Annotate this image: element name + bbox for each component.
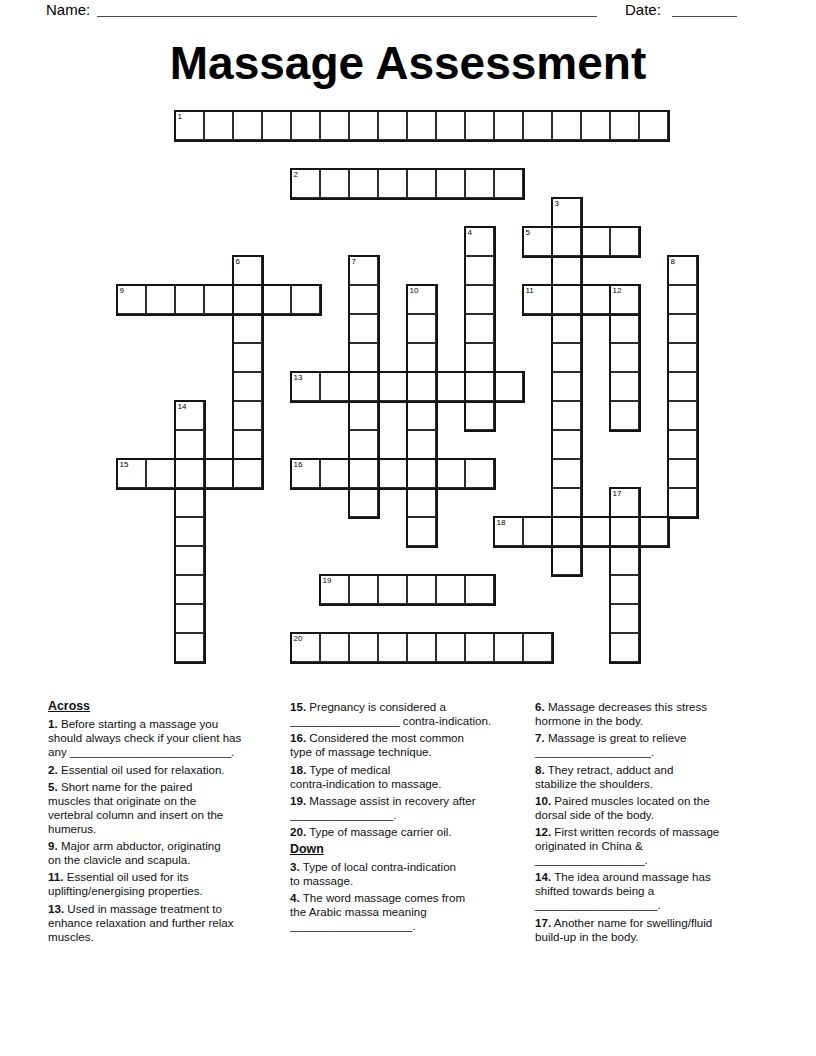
clue-down-10: 10. Paired muscles located on the dorsal… xyxy=(535,794,795,822)
grid-cell-r6c16[interactable] xyxy=(581,285,610,314)
clue-number-14: 14 xyxy=(178,402,187,411)
clue-across-19: 19. Massage assist in recovery after ___… xyxy=(290,794,530,822)
grid-cell-r2c7[interactable] xyxy=(320,169,349,198)
grid-cell-r6c17[interactable]: 12 xyxy=(610,285,639,314)
grid-cell-r0c9[interactable] xyxy=(378,111,407,140)
clue-number-18: 18 xyxy=(497,518,506,527)
clue-number-label: 11. xyxy=(48,870,63,883)
grid-cell-r7c17[interactable] xyxy=(610,314,639,343)
grid-cell-r17c2[interactable] xyxy=(175,604,204,633)
grid-cell-r18c11[interactable] xyxy=(436,633,465,662)
grid-cell-r16c12[interactable] xyxy=(465,575,494,604)
grid-cell-r7c12[interactable] xyxy=(465,314,494,343)
grid-cell-r9c10[interactable] xyxy=(407,372,436,401)
grid-cell-r12c7[interactable] xyxy=(320,459,349,488)
grid-cell-r13c10[interactable] xyxy=(407,488,436,517)
clue-down-8: 8. They retract, adduct and stabilize th… xyxy=(535,763,795,791)
grid-cell-r0c7[interactable] xyxy=(320,111,349,140)
clue-number-label: 17. xyxy=(535,916,551,929)
grid-cell-r17c17[interactable] xyxy=(610,604,639,633)
clue-number-5: 5 xyxy=(526,228,530,237)
grid-cell-r6c19[interactable] xyxy=(668,285,697,314)
grid-cell-r10c2[interactable]: 14 xyxy=(175,401,204,430)
clue-number-label: 12. xyxy=(535,825,551,838)
grid-cell-r16c7[interactable]: 19 xyxy=(320,575,349,604)
clue-number-label: 2. xyxy=(48,763,58,776)
grid-cell-r6c5[interactable] xyxy=(262,285,291,314)
grid-cell-r8c19[interactable] xyxy=(668,343,697,372)
grid-cell-r18c7[interactable] xyxy=(320,633,349,662)
grid-cell-r5c12[interactable] xyxy=(465,256,494,285)
grid-cell-r12c6[interactable]: 16 xyxy=(291,459,320,488)
clue-number-4: 4 xyxy=(468,228,472,237)
name-blank-line xyxy=(97,0,597,17)
grid-cell-r10c19[interactable] xyxy=(668,401,697,430)
grid-cell-r12c9[interactable] xyxy=(378,459,407,488)
grid-cell-r6c0[interactable]: 9 xyxy=(117,285,146,314)
clue-number-13: 13 xyxy=(294,373,303,382)
grid-cell-r14c15[interactable] xyxy=(552,517,581,546)
grid-cell-r14c14[interactable] xyxy=(523,517,552,546)
grid-cell-r10c10[interactable] xyxy=(407,401,436,430)
grid-cell-r11c2[interactable] xyxy=(175,430,204,459)
grid-cell-r2c10[interactable] xyxy=(407,169,436,198)
grid-cell-r0c6[interactable] xyxy=(291,111,320,140)
grid-cell-r2c9[interactable] xyxy=(378,169,407,198)
clue-across-9: 9. Major arm abductor, originating on th… xyxy=(48,839,288,867)
clue-number-label: 18. xyxy=(290,763,306,776)
grid-cell-r5c15[interactable] xyxy=(552,256,581,285)
grid-cell-r8c12[interactable] xyxy=(465,343,494,372)
clue-number-7: 7 xyxy=(352,257,356,266)
grid-cell-r6c4[interactable] xyxy=(233,285,262,314)
grid-cell-r11c8[interactable] xyxy=(349,430,378,459)
grid-cell-r8c15[interactable] xyxy=(552,343,581,372)
grid-cell-r14c17[interactable] xyxy=(610,517,639,546)
grid-cell-r15c15[interactable] xyxy=(552,546,581,575)
grid-cell-r18c13[interactable] xyxy=(494,633,523,662)
grid-cell-r11c15[interactable] xyxy=(552,430,581,459)
grid-cell-r9c6[interactable]: 13 xyxy=(291,372,320,401)
grid-cell-r15c2[interactable] xyxy=(175,546,204,575)
clue-down-12: 12. First written records of massage ori… xyxy=(535,825,795,867)
grid-cell-r12c19[interactable] xyxy=(668,459,697,488)
grid-cell-r10c15[interactable] xyxy=(552,401,581,430)
clue-across-18: 18. Type of medical contra-indication to… xyxy=(290,763,530,791)
grid-cell-r12c11[interactable] xyxy=(436,459,465,488)
grid-cell-r0c13[interactable] xyxy=(494,111,523,140)
clue-number-label: 1. xyxy=(48,717,58,730)
grid-cell-r12c12[interactable] xyxy=(465,459,494,488)
clue-number-label: 19. xyxy=(290,794,306,807)
grid-cell-r6c10[interactable]: 10 xyxy=(407,285,436,314)
grid-cell-r16c11[interactable] xyxy=(436,575,465,604)
grid-cell-r7c10[interactable] xyxy=(407,314,436,343)
grid-cell-r6c2[interactable] xyxy=(175,285,204,314)
clue-number-label: 13. xyxy=(48,902,64,915)
clue-across-2: 2. Essential oil used for relaxation. xyxy=(48,763,288,777)
grid-cell-r18c17[interactable] xyxy=(610,633,639,662)
grid-cell-r2c13[interactable] xyxy=(494,169,523,198)
grid-cell-r6c15[interactable] xyxy=(552,285,581,314)
clue-across-13: 13. Used in massage treatment to enhance… xyxy=(48,902,288,944)
grid-cell-r12c2[interactable] xyxy=(175,459,204,488)
clue-across-16: 16. Considered the most common type of m… xyxy=(290,731,530,759)
clue-number-label: 9. xyxy=(48,839,58,852)
clue-down-3: 3. Type of local contra-indication to ma… xyxy=(290,860,530,888)
grid-cell-r18c10[interactable] xyxy=(407,633,436,662)
grid-cell-r16c9[interactable] xyxy=(378,575,407,604)
grid-cell-r7c8[interactable] xyxy=(349,314,378,343)
clue-number-label: 3. xyxy=(290,860,300,873)
grid-cell-r12c10[interactable] xyxy=(407,459,436,488)
clue-number-label: 7. xyxy=(535,731,545,744)
clue-number-label: 10. xyxy=(535,794,551,807)
grid-cell-r0c17[interactable] xyxy=(610,111,639,140)
grid-cell-r15c17[interactable] xyxy=(610,546,639,575)
grid-cell-r9c4[interactable] xyxy=(233,372,262,401)
grid-cell-r13c17[interactable]: 17 xyxy=(610,488,639,517)
grid-cell-r0c16[interactable] xyxy=(581,111,610,140)
grid-cell-r11c19[interactable] xyxy=(668,430,697,459)
clue-number-1: 1 xyxy=(178,112,182,121)
grid-cell-r4c17[interactable] xyxy=(610,227,639,256)
grid-cell-r8c17[interactable] xyxy=(610,343,639,372)
grid-cell-r14c2[interactable] xyxy=(175,517,204,546)
grid-cell-r6c14[interactable]: 11 xyxy=(523,285,552,314)
grid-cell-r8c8[interactable] xyxy=(349,343,378,372)
grid-cell-r14c10[interactable] xyxy=(407,517,436,546)
clue-down-17: 17. Another name for swelling/fluid buil… xyxy=(535,916,795,944)
grid-cell-r10c17[interactable] xyxy=(610,401,639,430)
crossword-grid: 1234567891011121314151617181920 xyxy=(117,111,697,662)
grid-cell-r5c19[interactable]: 8 xyxy=(668,256,697,285)
grid-cell-r18c14[interactable] xyxy=(523,633,552,662)
grid-cell-r9c12[interactable] xyxy=(465,372,494,401)
grid-cell-r9c8[interactable] xyxy=(349,372,378,401)
grid-cell-r6c12[interactable] xyxy=(465,285,494,314)
grid-cell-r11c4[interactable] xyxy=(233,430,262,459)
grid-cell-r12c8[interactable] xyxy=(349,459,378,488)
grid-cell-r13c2[interactable] xyxy=(175,488,204,517)
clue-number-16: 16 xyxy=(294,460,303,469)
grid-cell-r18c9[interactable] xyxy=(378,633,407,662)
grid-cell-r9c17[interactable] xyxy=(610,372,639,401)
grid-cell-r16c2[interactable] xyxy=(175,575,204,604)
grid-cell-r12c1[interactable] xyxy=(146,459,175,488)
grid-cell-r4c16[interactable] xyxy=(581,227,610,256)
grid-cell-r13c19[interactable] xyxy=(668,488,697,517)
grid-cell-r8c10[interactable] xyxy=(407,343,436,372)
grid-cell-r18c2[interactable] xyxy=(175,633,204,662)
grid-cell-r11c10[interactable] xyxy=(407,430,436,459)
grid-cell-r8c4[interactable] xyxy=(233,343,262,372)
page-title: Massage Assessment xyxy=(0,36,816,90)
grid-cell-r14c16[interactable] xyxy=(581,517,610,546)
across-clue-list-continued: 15. Pregnancy is considered a __________… xyxy=(290,700,530,839)
grid-cell-r18c12[interactable] xyxy=(465,633,494,662)
clue-number-label: 5. xyxy=(48,780,58,793)
grid-cell-r4c12[interactable]: 4 xyxy=(465,227,494,256)
grid-cell-r0c2[interactable]: 1 xyxy=(175,111,204,140)
grid-cell-r14c18[interactable] xyxy=(639,517,668,546)
grid-cell-r10c12[interactable] xyxy=(465,401,494,430)
clue-number-9: 9 xyxy=(120,286,124,295)
grid-cell-r6c3[interactable] xyxy=(204,285,233,314)
clue-across-15: 15. Pregnancy is considered a __________… xyxy=(290,700,530,728)
grid-cell-r0c8[interactable] xyxy=(349,111,378,140)
clue-number-label: 14. xyxy=(535,870,551,883)
clue-number-17: 17 xyxy=(613,489,622,498)
grid-cell-r0c11[interactable] xyxy=(436,111,465,140)
clue-column-down: 6. Massage decreases this stress hormone… xyxy=(535,700,795,947)
grid-cell-r12c0[interactable]: 15 xyxy=(117,459,146,488)
grid-cell-r0c18[interactable] xyxy=(639,111,668,140)
clue-number-label: 4. xyxy=(290,891,300,904)
clue-number-label: 6. xyxy=(535,700,545,713)
grid-cell-r2c12[interactable] xyxy=(465,169,494,198)
clue-number-3: 3 xyxy=(555,199,559,208)
grid-cell-r12c4[interactable] xyxy=(233,459,262,488)
clue-number-20: 20 xyxy=(294,634,303,643)
grid-cell-r4c15[interactable] xyxy=(552,227,581,256)
clue-across-11: 11. Essential oil used for its uplifting… xyxy=(48,870,288,898)
grid-cell-r9c15[interactable] xyxy=(552,372,581,401)
clue-number-15: 15 xyxy=(120,460,129,469)
grid-cell-r0c15[interactable] xyxy=(552,111,581,140)
clue-number-12: 12 xyxy=(613,286,622,295)
clue-number-2: 2 xyxy=(294,170,298,179)
grid-cell-r6c6[interactable] xyxy=(291,285,320,314)
grid-cell-r7c19[interactable] xyxy=(668,314,697,343)
grid-cell-r16c10[interactable] xyxy=(407,575,436,604)
grid-cell-r7c15[interactable] xyxy=(552,314,581,343)
grid-cell-r13c8[interactable] xyxy=(349,488,378,517)
clue-column-across: Across 1. Before starting a massage you … xyxy=(48,700,288,947)
clue-number-label: 15. xyxy=(290,700,306,713)
grid-cell-r0c12[interactable] xyxy=(465,111,494,140)
grid-cell-r2c11[interactable] xyxy=(436,169,465,198)
grid-cell-r5c4[interactable]: 6 xyxy=(233,256,262,285)
grid-cell-r9c11[interactable] xyxy=(436,372,465,401)
clue-across-1: 1. Before starting a massage you should … xyxy=(48,717,288,759)
grid-cell-r16c8[interactable] xyxy=(349,575,378,604)
grid-cell-r2c6[interactable]: 2 xyxy=(291,169,320,198)
clue-number-6: 6 xyxy=(236,257,240,266)
grid-cell-r9c9[interactable] xyxy=(378,372,407,401)
grid-cell-r18c6[interactable]: 20 xyxy=(291,633,320,662)
grid-cell-r0c4[interactable] xyxy=(233,111,262,140)
clue-number-8: 8 xyxy=(671,257,675,266)
grid-cell-r0c14[interactable] xyxy=(523,111,552,140)
grid-cell-r6c1[interactable] xyxy=(146,285,175,314)
clue-across-5: 5. Short name for the paired muscles tha… xyxy=(48,780,288,836)
grid-cell-r6c8[interactable] xyxy=(349,285,378,314)
grid-cell-r12c15[interactable] xyxy=(552,459,581,488)
grid-cell-r9c19[interactable] xyxy=(668,372,697,401)
clue-down-4: 4. The word massage comes from the Arabi… xyxy=(290,891,530,933)
date-blank-line xyxy=(672,0,737,17)
grid-cell-r5c8[interactable]: 7 xyxy=(349,256,378,285)
down-header: Down xyxy=(290,843,530,857)
grid-cell-r10c8[interactable] xyxy=(349,401,378,430)
grid-cell-r0c5[interactable] xyxy=(262,111,291,140)
clue-down-6: 6. Massage decreases this stress hormone… xyxy=(535,700,795,728)
clue-down-7: 7. Massage is great to relieve _________… xyxy=(535,731,795,759)
clue-down-14: 14. The idea around massage has shifted … xyxy=(535,870,795,912)
name-label: Name: xyxy=(46,1,90,18)
clue-number-11: 11 xyxy=(526,286,534,295)
grid-cell-r18c8[interactable] xyxy=(349,633,378,662)
grid-cell-r13c15[interactable] xyxy=(552,488,581,517)
clue-number-label: 16. xyxy=(290,731,306,744)
date-label: Date: xyxy=(625,1,661,18)
across-header: Across xyxy=(48,700,288,714)
grid-cell-r9c13[interactable] xyxy=(494,372,523,401)
clue-number-10: 10 xyxy=(410,286,419,295)
grid-cell-r12c3[interactable] xyxy=(204,459,233,488)
clue-number-label: 8. xyxy=(535,763,545,776)
grid-cell-r9c7[interactable] xyxy=(320,372,349,401)
across-clue-list: 1. Before starting a massage you should … xyxy=(48,717,288,943)
clue-column-middle: 15. Pregnancy is considered a __________… xyxy=(290,700,530,937)
grid-cell-r16c17[interactable] xyxy=(610,575,639,604)
grid-cell-r0c3[interactable] xyxy=(204,111,233,140)
grid-cell-r0c10[interactable] xyxy=(407,111,436,140)
clue-across-20: 20. Type of massage carrier oil. xyxy=(290,825,530,839)
down-clue-list: 3. Type of local contra-indication to ma… xyxy=(290,860,530,933)
grid-cell-r10c4[interactable] xyxy=(233,401,262,430)
grid-cell-r7c4[interactable] xyxy=(233,314,262,343)
grid-cell-r14c13[interactable]: 18 xyxy=(494,517,523,546)
clue-number-19: 19 xyxy=(323,576,332,585)
grid-cell-r2c8[interactable] xyxy=(349,169,378,198)
grid-cell-r3c15[interactable]: 3 xyxy=(552,198,581,227)
down-clue-list-continued: 6. Massage decreases this stress hormone… xyxy=(535,700,795,944)
clue-number-label: 20. xyxy=(290,825,306,838)
grid-cell-r4c14[interactable]: 5 xyxy=(523,227,552,256)
